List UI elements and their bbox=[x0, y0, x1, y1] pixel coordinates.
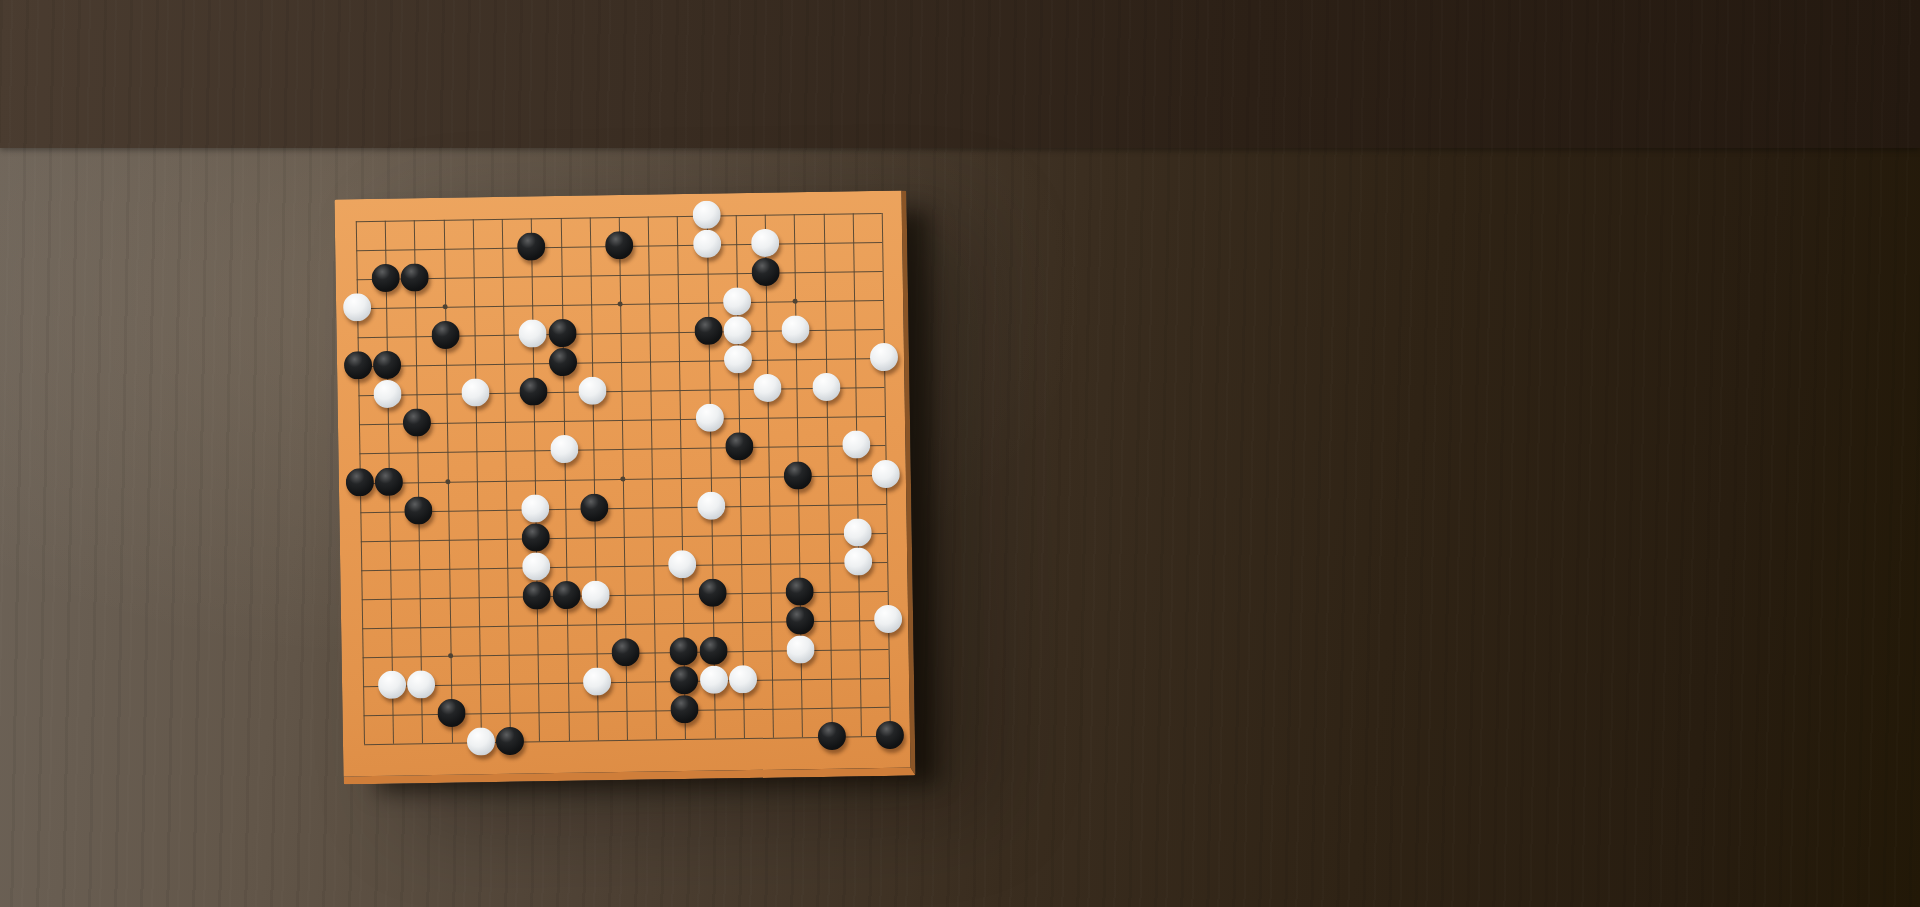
white-stone bbox=[374, 380, 402, 408]
table-surface bbox=[0, 0, 1920, 907]
white-stone bbox=[697, 491, 725, 519]
table-back-edge bbox=[0, 0, 1920, 148]
black-stone bbox=[401, 263, 429, 291]
black-stone bbox=[346, 468, 374, 496]
white-stone bbox=[519, 320, 547, 348]
black-stone bbox=[373, 351, 401, 379]
star-point bbox=[448, 653, 453, 658]
white-stone bbox=[872, 459, 900, 487]
white-stone bbox=[874, 605, 902, 633]
white-stone bbox=[724, 345, 752, 373]
star-point bbox=[793, 299, 798, 304]
black-stone bbox=[522, 523, 550, 551]
black-stone bbox=[552, 581, 580, 609]
white-stone bbox=[343, 293, 371, 321]
white-stone bbox=[583, 667, 611, 695]
black-stone bbox=[876, 721, 904, 749]
white-stone bbox=[753, 374, 781, 402]
white-stone bbox=[812, 373, 840, 401]
star-point bbox=[618, 302, 623, 307]
black-stone bbox=[694, 317, 722, 345]
star-point bbox=[620, 476, 625, 481]
black-stone bbox=[670, 637, 698, 665]
black-stone bbox=[372, 264, 400, 292]
black-stone bbox=[698, 578, 726, 606]
white-stone bbox=[522, 552, 550, 580]
white-stone bbox=[699, 665, 727, 693]
black-stone bbox=[752, 258, 780, 286]
white-stone bbox=[729, 665, 757, 693]
white-stone bbox=[870, 343, 898, 371]
black-stone bbox=[403, 409, 431, 437]
black-stone bbox=[580, 493, 608, 521]
white-stone bbox=[521, 494, 549, 522]
black-stone bbox=[671, 695, 699, 723]
white-stone bbox=[782, 315, 810, 343]
board-grid[interactable] bbox=[356, 213, 890, 744]
white-stone bbox=[842, 431, 870, 459]
black-stone bbox=[786, 577, 814, 605]
white-stone bbox=[550, 435, 578, 463]
black-stone bbox=[431, 321, 459, 349]
white-stone bbox=[787, 635, 815, 663]
black-stone bbox=[611, 638, 639, 666]
white-stone bbox=[695, 404, 723, 432]
white-stone bbox=[461, 379, 489, 407]
black-stone bbox=[725, 433, 753, 461]
black-stone bbox=[523, 581, 551, 609]
black-stone bbox=[548, 319, 576, 347]
black-stone bbox=[786, 606, 814, 634]
black-stone bbox=[784, 461, 812, 489]
white-stone bbox=[467, 727, 495, 755]
black-stone bbox=[817, 722, 845, 750]
black-stone bbox=[344, 351, 372, 379]
white-stone bbox=[378, 670, 406, 698]
white-stone bbox=[407, 670, 435, 698]
star-point bbox=[445, 479, 450, 484]
white-stone bbox=[723, 287, 751, 315]
black-stone bbox=[699, 636, 727, 664]
white-stone bbox=[578, 377, 606, 405]
black-stone bbox=[437, 699, 465, 727]
black-stone bbox=[605, 231, 633, 259]
star-point bbox=[442, 304, 447, 309]
black-stone bbox=[496, 727, 524, 755]
white-stone bbox=[751, 229, 779, 257]
black-stone bbox=[405, 496, 433, 524]
black-stone bbox=[548, 348, 576, 376]
black-stone bbox=[375, 467, 403, 495]
white-stone bbox=[693, 230, 721, 258]
black-stone bbox=[670, 666, 698, 694]
black-stone bbox=[517, 232, 545, 260]
white-stone bbox=[723, 316, 751, 344]
white-stone bbox=[692, 201, 720, 229]
white-stone bbox=[581, 580, 609, 608]
black-stone bbox=[520, 378, 548, 406]
white-stone bbox=[843, 518, 871, 546]
white-stone bbox=[844, 547, 872, 575]
go-board bbox=[334, 191, 915, 785]
white-stone bbox=[668, 550, 696, 578]
